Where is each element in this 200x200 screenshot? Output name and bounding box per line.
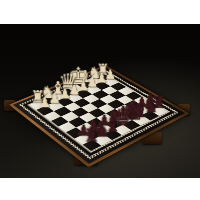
chess-set-photo: ♜♞♝♛♚♝♞♜♟♟♟♟♟♟♟♟♟♟♟♟♟♟♟♟♜♞♝♛♚♝♞♜ — [0, 24, 200, 178]
photo-canvas: ♜♞♝♛♚♝♞♜♟♟♟♟♟♟♟♟♟♟♟♟♟♟♟♟♜♞♝♛♚♝♞♜ — [0, 0, 200, 200]
chess-board: ♜♞♝♛♚♝♞♜♟♟♟♟♟♟♟♟♟♟♟♟♟♟♟♟♜♞♝♛♚♝♞♜ — [8, 64, 191, 168]
board-grid — [30, 74, 168, 151]
board-scene: ♜♞♝♛♚♝♞♜♟♟♟♟♟♟♟♟♟♟♟♟♟♟♟♟♜♞♝♛♚♝♞♜ — [0, 24, 200, 178]
